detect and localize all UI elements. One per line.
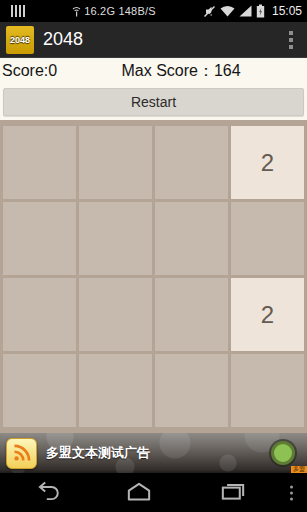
cell-r3c1 (79, 354, 152, 427)
game-board[interactable]: 22 (0, 120, 307, 433)
tile-2-r0c3: 2 (231, 126, 304, 199)
wifi-icon (220, 5, 235, 17)
network-speed: 16.2G 148B/S (72, 5, 156, 17)
cell-r0c0 (3, 126, 76, 199)
cell-r2c0 (3, 278, 76, 351)
home-icon[interactable] (121, 476, 157, 510)
app-bar: 2048 2048 (0, 22, 307, 58)
rss-icon (6, 438, 37, 469)
navigation-bar (0, 473, 307, 512)
green-action-button[interactable] (271, 441, 295, 465)
clock: 15:05 (272, 4, 302, 18)
cell-r1c0 (3, 202, 76, 275)
cell-r1c3 (231, 202, 304, 275)
cell-r2c1 (79, 278, 152, 351)
menu-dots-icon[interactable] (286, 481, 297, 504)
app-icon-label: 2048 (10, 35, 30, 45)
restart-area: Restart (0, 84, 307, 120)
cell-r1c2 (155, 202, 228, 275)
score-value: Score:0 (2, 62, 57, 80)
cell-r3c2 (155, 354, 228, 427)
score-bar: Score:0 Max Score：164 (0, 58, 307, 84)
signal-icon (239, 5, 252, 17)
app-title: 2048 (43, 29, 83, 50)
ad-watermark: 多盟 (291, 466, 307, 473)
phone-screen: 16.2G 148B/S 15:05 2048 (0, 0, 307, 512)
status-bar: 16.2G 148B/S 15:05 (0, 0, 307, 22)
status-icons: 15:05 (203, 4, 302, 18)
cell-r0c1 (79, 126, 152, 199)
ad-banner[interactable]: 多盟文本测试广告 多盟 (0, 433, 307, 473)
overflow-menu-icon[interactable] (281, 27, 301, 53)
tile-2-r2c3: 2 (231, 278, 304, 351)
notification-bars-icon (11, 5, 25, 17)
cell-r2c2 (155, 278, 228, 351)
restart-button[interactable]: Restart (3, 88, 304, 116)
app-launcher-icon: 2048 (6, 26, 34, 54)
cell-r3c3 (231, 354, 304, 427)
ad-text[interactable]: 多盟文本测试广告 (46, 444, 150, 462)
cell-r3c0 (3, 354, 76, 427)
mute-icon (203, 5, 216, 18)
battery-icon (256, 4, 265, 18)
network-type-icon (72, 6, 81, 17)
cell-r0c2 (155, 126, 228, 199)
back-icon[interactable] (29, 476, 63, 510)
cell-r1c1 (79, 202, 152, 275)
max-score-value: Max Score：164 (57, 61, 305, 82)
recents-icon[interactable] (215, 476, 251, 510)
board-grid[interactable]: 22 (3, 126, 304, 427)
